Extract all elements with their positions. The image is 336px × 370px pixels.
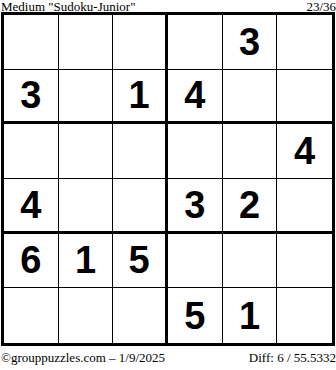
cell-r1c4[interactable] [168, 15, 223, 70]
cell-r5c2[interactable]: 1 [59, 234, 114, 289]
cell-r2c1[interactable]: 3 [4, 70, 59, 125]
cell-r2c3[interactable]: 1 [113, 70, 168, 125]
cell-r5c3[interactable]: 5 [113, 234, 168, 289]
cell-r6c6[interactable] [277, 288, 332, 343]
copyright-credit: ©grouppuzzles.com – 1/9/2025 [1, 351, 165, 365]
cell-r2c6[interactable] [277, 70, 332, 125]
difficulty-label: Diff: 6 / 55.5332 [249, 351, 336, 365]
cell-r4c1[interactable]: 4 [4, 179, 59, 234]
cell-r3c3[interactable] [113, 124, 168, 179]
cell-r1c3[interactable] [113, 15, 168, 70]
cell-r6c5[interactable]: 1 [223, 288, 278, 343]
sudoku-grid: 3314443261551 [1, 12, 335, 346]
cell-r4c6[interactable] [277, 179, 332, 234]
cell-r5c6[interactable] [277, 234, 332, 289]
cell-r3c5[interactable] [223, 124, 278, 179]
cell-r2c5[interactable] [223, 70, 278, 125]
cell-r6c2[interactable] [59, 288, 114, 343]
cell-r2c2[interactable] [59, 70, 114, 125]
cell-r4c3[interactable] [113, 179, 168, 234]
cell-r3c6[interactable]: 4 [277, 124, 332, 179]
cell-r1c1[interactable] [4, 15, 59, 70]
cell-r1c2[interactable] [59, 15, 114, 70]
cell-r3c1[interactable] [4, 124, 59, 179]
footer: ©grouppuzzles.com – 1/9/2025 Diff: 6 / 5… [1, 351, 336, 365]
cell-r5c5[interactable] [223, 234, 278, 289]
sudoku-page: Medium "Sudoku-Junior" 23/36 33144432615… [0, 0, 336, 370]
cell-r4c5[interactable]: 2 [223, 179, 278, 234]
cell-r6c3[interactable] [113, 288, 168, 343]
cell-r1c6[interactable] [277, 15, 332, 70]
cell-r1c5[interactable]: 3 [223, 15, 278, 70]
cell-r6c4[interactable]: 5 [168, 288, 223, 343]
cell-r3c2[interactable] [59, 124, 114, 179]
cell-r3c4[interactable] [168, 124, 223, 179]
cell-r2c4[interactable]: 4 [168, 70, 223, 125]
cell-r6c1[interactable] [4, 288, 59, 343]
cell-r5c1[interactable]: 6 [4, 234, 59, 289]
cell-r4c4[interactable]: 3 [168, 179, 223, 234]
cell-r4c2[interactable] [59, 179, 114, 234]
cell-r5c4[interactable] [168, 234, 223, 289]
